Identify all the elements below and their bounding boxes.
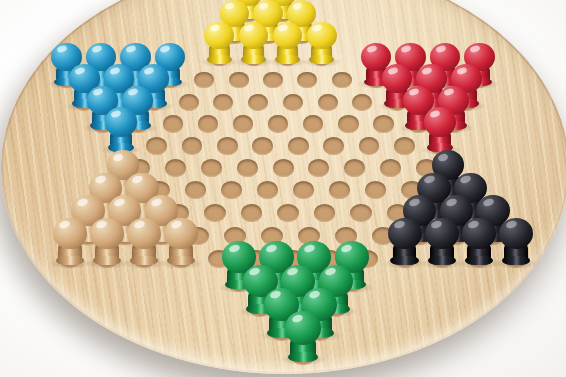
peg-head <box>53 218 87 250</box>
peg-yellow[interactable] <box>272 22 304 64</box>
peg-red[interactable] <box>423 107 457 152</box>
peg-black[interactable] <box>424 218 460 266</box>
peg-head <box>164 218 198 250</box>
peg-head <box>462 218 496 250</box>
peg-head <box>285 311 321 344</box>
board-photo <box>0 0 566 377</box>
peg-yellow[interactable] <box>204 22 236 64</box>
peg-head <box>307 22 337 50</box>
peg-black[interactable] <box>461 218 497 266</box>
peg-black[interactable] <box>387 218 423 266</box>
pegs-layer <box>0 0 566 377</box>
peg-head <box>90 218 124 250</box>
peg-head <box>127 218 161 250</box>
peg-head <box>499 218 533 250</box>
peg-head <box>424 107 456 136</box>
peg-natural[interactable] <box>163 218 199 266</box>
peg-head <box>388 218 422 250</box>
peg-natural[interactable] <box>52 218 88 266</box>
peg-blue[interactable] <box>104 107 138 152</box>
peg-green[interactable] <box>284 311 322 361</box>
peg-natural[interactable] <box>126 218 162 266</box>
peg-yellow[interactable] <box>306 22 338 64</box>
peg-head <box>425 218 459 250</box>
peg-yellow[interactable] <box>238 22 270 64</box>
peg-head <box>105 107 137 136</box>
peg-natural[interactable] <box>89 218 125 266</box>
peg-black[interactable] <box>498 218 534 266</box>
